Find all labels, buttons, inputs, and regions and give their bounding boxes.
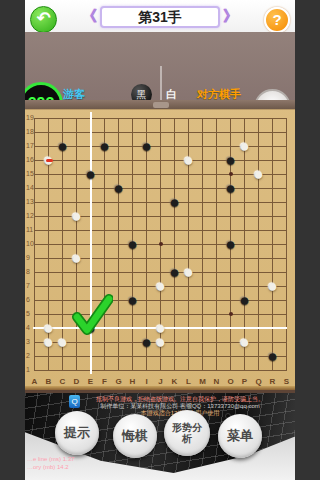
stone-black-H10: ● <box>126 237 140 251</box>
confirm-move-check-icon[interactable] <box>69 292 113 336</box>
col-label-M: M <box>196 377 210 386</box>
undo-button[interactable]: 悔棋 <box>113 414 157 458</box>
hint-button[interactable]: 提示 <box>55 411 99 455</box>
stone-white-D9: ● <box>70 251 84 265</box>
question-icon: ? <box>272 11 281 28</box>
stone-white-L8: ● <box>182 265 196 279</box>
col-label-G: G <box>112 377 126 386</box>
col-label-R: R <box>266 377 280 386</box>
stone-white-P17: ● <box>238 139 252 153</box>
col-label-H: H <box>126 377 140 386</box>
analysis-button[interactable]: 形势分析 <box>164 410 210 456</box>
col-label-S: S <box>280 377 294 386</box>
stone-white-Q15: ● <box>252 167 266 181</box>
col-label-C: C <box>56 377 70 386</box>
stone-white-B3: ● <box>42 335 56 349</box>
stone-white-D12: ● <box>70 209 84 223</box>
board-edge-tab <box>153 102 169 108</box>
stone-white-L16: ● <box>182 153 196 167</box>
col-label-D: D <box>70 377 84 386</box>
stone-black-P6: ● <box>238 293 252 307</box>
stone-black-G14: ● <box>112 181 126 195</box>
go-app-screen: ↶ 《 第31手 》 ? 293 游客 提0子 黑 白 对方棋手 隐私协议 提0… <box>25 0 295 480</box>
col-label-N: N <box>210 377 224 386</box>
board-shadow-strip <box>25 390 295 393</box>
stone-white-B16: ● <box>42 153 56 167</box>
stone-black-R2: ● <box>266 349 280 363</box>
stone-black-E15: ● <box>84 167 98 181</box>
col-label-O: O <box>224 377 238 386</box>
black-badge-label: 黑 <box>137 89 147 100</box>
col-label-J: J <box>154 377 168 386</box>
stone-white-R7: ● <box>266 279 280 293</box>
col-label-Q: Q <box>252 377 266 386</box>
menu-button[interactable]: 菜单 <box>218 414 262 458</box>
banner-chevron-right: 》 <box>223 5 238 27</box>
stone-black-I17: ● <box>140 139 154 153</box>
col-label-A: A <box>28 377 42 386</box>
stone-white-J3: ● <box>154 335 168 349</box>
header-bar: ↶ 《 第31手 》 ? <box>25 0 295 32</box>
board-top-edge <box>25 100 295 110</box>
banner-chevron-left: 《 <box>82 5 97 27</box>
stone-black-O16: ● <box>224 153 238 167</box>
col-label-K: K <box>168 377 182 386</box>
col-label-P: P <box>238 377 252 386</box>
hint-button-label: 提示 <box>64 424 90 442</box>
back-button[interactable]: ↶ <box>30 6 57 33</box>
stone-black-I3: ● <box>140 335 154 349</box>
stone-black-F17: ● <box>98 139 112 153</box>
analysis-button-label: 形势分析 <box>168 422 206 444</box>
menu-button-label: 菜单 <box>227 427 253 445</box>
col-label-F: F <box>98 377 112 386</box>
bottom-panel: Q 抵制不良游戏，拒绝盗版游戏。注意自我保护，谨防受骗上当。 制作单位：某某科技… <box>25 390 295 480</box>
col-label-I: I <box>140 377 154 386</box>
stone-white-J7: ● <box>154 279 168 293</box>
go-board[interactable]: 19181716151413121110987654321ABCDEFGHIJK… <box>25 100 295 390</box>
disclaimer-line-2: 制作单位：某某科技有限公司 客服QQ：13733730@qq.com <box>65 403 295 410</box>
stone-black-O14: ● <box>224 181 238 195</box>
debug-text-1: …e line (ms) 1.37 <box>27 456 74 463</box>
col-label-E: E <box>84 377 98 386</box>
move-number-title: 第31手 <box>138 9 182 25</box>
stone-black-H6: ● <box>126 293 140 307</box>
debug-text-2: …ory (mb) 14.2 <box>27 464 69 471</box>
stone-black-K13: ● <box>168 195 182 209</box>
stone-white-C3: ● <box>56 335 70 349</box>
stone-black-C17: ● <box>56 139 70 153</box>
undo-button-label: 悔棋 <box>122 427 148 445</box>
col-label-B: B <box>42 377 56 386</box>
help-button[interactable]: ? <box>264 7 290 33</box>
stone-black-K8: ● <box>168 265 182 279</box>
move-number-banner: 第31手 <box>100 6 220 28</box>
go-board-grid[interactable]: ●●●●●●●●●●●●●●●●●●●●●●●●●●●●●●● <box>28 111 294 377</box>
col-label-L: L <box>182 377 196 386</box>
stone-white-P3: ● <box>238 335 252 349</box>
disclaimer-line-1: 抵制不良游戏，拒绝盗版游戏。注意自我保护，谨防受骗上当。 <box>65 396 295 403</box>
scoreboard: 293 游客 提0子 黑 白 对方棋手 隐私协议 提0子 <box>25 32 295 100</box>
back-arrow-icon: ↶ <box>36 9 50 28</box>
stone-black-O10: ● <box>224 237 238 251</box>
